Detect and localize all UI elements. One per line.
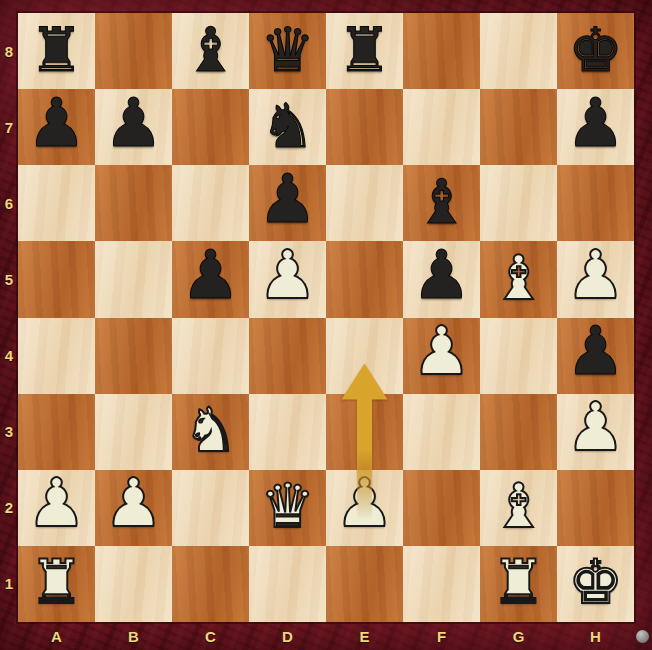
piece-white-knight[interactable]: ♞ [183, 399, 238, 460]
square-c8[interactable]: ♝ [172, 13, 249, 89]
square-g4[interactable] [480, 318, 557, 394]
piece-white-king[interactable]: ♚ [568, 551, 623, 612]
square-a2[interactable]: ♟ [18, 470, 95, 546]
piece-white-bishop[interactable]: ♝ [491, 475, 546, 536]
piece-black-pawn[interactable]: ♟ [26, 90, 86, 157]
rank-label-4: 4 [0, 318, 18, 394]
square-g5[interactable]: ♝ [480, 241, 557, 317]
square-e6[interactable] [326, 165, 403, 241]
rank-labels: 87654321 [0, 13, 18, 622]
square-d5[interactable]: ♟ [249, 241, 326, 317]
file-label-a: A [18, 622, 95, 650]
square-f6[interactable]: ♝ [403, 165, 480, 241]
piece-white-bishop[interactable]: ♝ [491, 247, 546, 308]
square-f3[interactable] [403, 394, 480, 470]
piece-white-pawn[interactable]: ♟ [411, 318, 471, 385]
square-f8[interactable] [403, 13, 480, 89]
square-b4[interactable] [95, 318, 172, 394]
square-a4[interactable] [18, 318, 95, 394]
piece-black-pawn[interactable]: ♟ [565, 318, 625, 385]
square-h7[interactable]: ♟ [557, 89, 634, 165]
status-dot [636, 630, 649, 643]
piece-black-rook[interactable]: ♜ [29, 19, 84, 80]
piece-white-pawn[interactable]: ♟ [103, 470, 163, 537]
file-label-f: F [403, 622, 480, 650]
file-label-b: B [95, 622, 172, 650]
piece-black-knight[interactable]: ♞ [260, 95, 315, 156]
square-g6[interactable] [480, 165, 557, 241]
square-g8[interactable] [480, 13, 557, 89]
rank-label-7: 7 [0, 89, 18, 165]
rank-label-6: 6 [0, 165, 18, 241]
square-g3[interactable] [480, 394, 557, 470]
square-f7[interactable] [403, 89, 480, 165]
square-f1[interactable] [403, 546, 480, 622]
piece-white-queen[interactable]: ♛ [260, 475, 315, 536]
square-c7[interactable] [172, 89, 249, 165]
piece-white-rook[interactable]: ♜ [29, 551, 84, 612]
rank-label-1: 1 [0, 546, 18, 622]
square-a3[interactable] [18, 394, 95, 470]
piece-black-pawn[interactable]: ♟ [565, 90, 625, 157]
square-e7[interactable] [326, 89, 403, 165]
square-a5[interactable] [18, 241, 95, 317]
file-labels: ABCDEFGH [18, 622, 634, 650]
square-d7[interactable]: ♞ [249, 89, 326, 165]
piece-white-pawn[interactable]: ♟ [257, 242, 317, 309]
square-a1[interactable]: ♜ [18, 546, 95, 622]
square-d6[interactable]: ♟ [249, 165, 326, 241]
square-d1[interactable] [249, 546, 326, 622]
square-e8[interactable]: ♜ [326, 13, 403, 89]
square-h2[interactable] [557, 470, 634, 546]
piece-white-rook[interactable]: ♜ [491, 551, 546, 612]
square-c4[interactable] [172, 318, 249, 394]
piece-white-pawn[interactable]: ♟ [334, 470, 394, 537]
square-b8[interactable] [95, 13, 172, 89]
square-f2[interactable] [403, 470, 480, 546]
square-b3[interactable] [95, 394, 172, 470]
piece-black-bishop[interactable]: ♝ [183, 19, 238, 80]
piece-black-pawn[interactable]: ♟ [411, 242, 471, 309]
square-h1[interactable]: ♚ [557, 546, 634, 622]
square-a6[interactable] [18, 165, 95, 241]
piece-black-pawn[interactable]: ♟ [257, 166, 317, 233]
square-e4[interactable] [326, 318, 403, 394]
rank-label-2: 2 [0, 470, 18, 546]
square-f5[interactable]: ♟ [403, 241, 480, 317]
square-h8[interactable]: ♚ [557, 13, 634, 89]
piece-black-bishop[interactable]: ♝ [414, 171, 469, 232]
square-d3[interactable] [249, 394, 326, 470]
rank-label-3: 3 [0, 394, 18, 470]
square-d2[interactable]: ♛ [249, 470, 326, 546]
piece-black-pawn[interactable]: ♟ [103, 90, 163, 157]
chess-board[interactable]: ♜♝♛♜♚♟♟♞♟♟♝♟♟♟♝♟♟♟♞♟♟♟♛♟♝♜♜♚ [18, 13, 634, 622]
square-d8[interactable]: ♛ [249, 13, 326, 89]
rank-label-8: 8 [0, 13, 18, 89]
square-a8[interactable]: ♜ [18, 13, 95, 89]
square-e1[interactable] [326, 546, 403, 622]
square-e5[interactable] [326, 241, 403, 317]
square-b1[interactable] [95, 546, 172, 622]
square-e3[interactable] [326, 394, 403, 470]
piece-white-pawn[interactable]: ♟ [565, 242, 625, 309]
square-h3[interactable]: ♟ [557, 394, 634, 470]
square-a7[interactable]: ♟ [18, 89, 95, 165]
square-d4[interactable] [249, 318, 326, 394]
square-c2[interactable] [172, 470, 249, 546]
square-g2[interactable]: ♝ [480, 470, 557, 546]
square-h5[interactable]: ♟ [557, 241, 634, 317]
piece-white-pawn[interactable]: ♟ [565, 394, 625, 461]
piece-black-pawn[interactable]: ♟ [180, 242, 240, 309]
square-h4[interactable]: ♟ [557, 318, 634, 394]
square-c3[interactable]: ♞ [172, 394, 249, 470]
square-b7[interactable]: ♟ [95, 89, 172, 165]
square-g7[interactable] [480, 89, 557, 165]
square-e2[interactable]: ♟ [326, 470, 403, 546]
file-label-d: D [249, 622, 326, 650]
piece-black-queen[interactable]: ♛ [260, 19, 315, 80]
file-label-h: H [557, 622, 634, 650]
piece-white-pawn[interactable]: ♟ [26, 470, 86, 537]
file-label-g: G [480, 622, 557, 650]
square-b6[interactable] [95, 165, 172, 241]
square-h6[interactable] [557, 165, 634, 241]
square-b2[interactable]: ♟ [95, 470, 172, 546]
square-g1[interactable]: ♜ [480, 546, 557, 622]
square-c5[interactable]: ♟ [172, 241, 249, 317]
square-f4[interactable]: ♟ [403, 318, 480, 394]
rank-label-5: 5 [0, 241, 18, 317]
piece-black-rook[interactable]: ♜ [337, 19, 392, 80]
piece-black-king[interactable]: ♚ [568, 19, 623, 80]
file-label-c: C [172, 622, 249, 650]
square-c1[interactable] [172, 546, 249, 622]
square-c6[interactable] [172, 165, 249, 241]
square-b5[interactable] [95, 241, 172, 317]
file-label-e: E [326, 622, 403, 650]
